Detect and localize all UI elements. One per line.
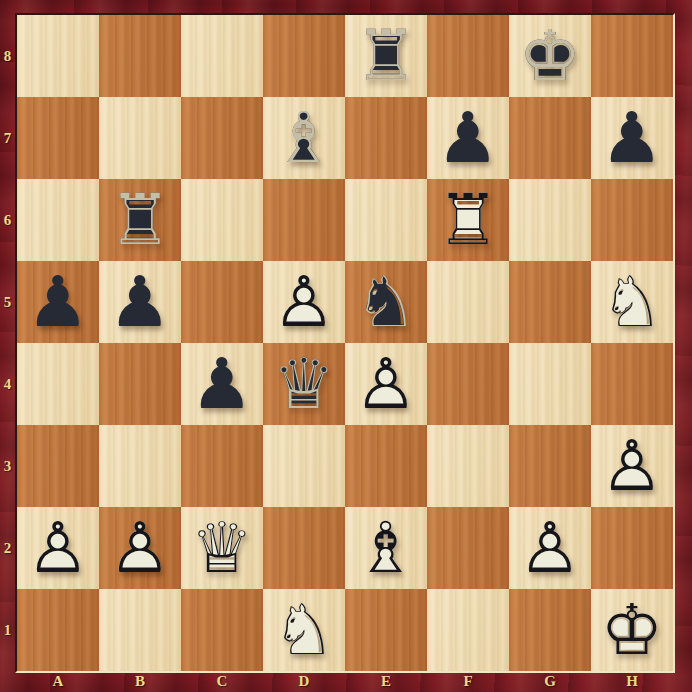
square-d3[interactable]	[263, 425, 345, 507]
square-a7[interactable]	[17, 97, 99, 179]
square-g1[interactable]	[509, 589, 591, 671]
square-h1[interactable]: ♚♔	[591, 589, 673, 671]
piece-white-pawn-e4[interactable]: ♟♙	[345, 343, 427, 425]
piece-black-rook-e8[interactable]: ♜♖	[345, 15, 427, 97]
piece-white-pawn-h3[interactable]: ♟♙	[591, 425, 673, 507]
square-e7[interactable]	[345, 97, 427, 179]
square-f5[interactable]	[427, 261, 509, 343]
piece-fill-glyph: ♟	[591, 97, 673, 179]
piece-outline-glyph: ♗	[263, 97, 345, 179]
square-h6[interactable]	[591, 179, 673, 261]
square-b7[interactable]	[99, 97, 181, 179]
square-d8[interactable]	[263, 15, 345, 97]
square-b5[interactable]: ♟	[99, 261, 181, 343]
square-f3[interactable]	[427, 425, 509, 507]
piece-outline-glyph: ♙	[509, 507, 591, 589]
square-g8[interactable]: ♚♔	[509, 15, 591, 97]
square-f6[interactable]: ♜♖	[427, 179, 509, 261]
square-e5[interactable]: ♞♘	[345, 261, 427, 343]
piece-outline-glyph: ♙	[345, 343, 427, 425]
piece-black-knight-e5[interactable]: ♞♘	[345, 261, 427, 343]
piece-outline-glyph: ♘	[591, 261, 673, 343]
square-f1[interactable]	[427, 589, 509, 671]
square-h4[interactable]	[591, 343, 673, 425]
rank-label-3: 3	[0, 425, 15, 507]
piece-outline-glyph: ♕	[263, 343, 345, 425]
square-g3[interactable]	[509, 425, 591, 507]
rank-label-6: 6	[0, 179, 15, 261]
square-c3[interactable]	[181, 425, 263, 507]
piece-black-king-g8[interactable]: ♚♔	[509, 15, 591, 97]
piece-white-pawn-g2[interactable]: ♟♙	[509, 507, 591, 589]
piece-white-bishop-e2[interactable]: ♝♗	[345, 507, 427, 589]
piece-black-queen-d4[interactable]: ♛♕	[263, 343, 345, 425]
piece-white-queen-c2[interactable]: ♛♕	[181, 507, 263, 589]
piece-black-pawn-f7[interactable]: ♟	[427, 97, 509, 179]
file-label-c: C	[181, 671, 263, 692]
piece-white-pawn-a2[interactable]: ♟♙	[17, 507, 99, 589]
piece-black-pawn-c4[interactable]: ♟	[181, 343, 263, 425]
piece-white-pawn-b2[interactable]: ♟♙	[99, 507, 181, 589]
square-a1[interactable]	[17, 589, 99, 671]
square-d4[interactable]: ♛♕	[263, 343, 345, 425]
file-label-h: H	[591, 671, 673, 692]
square-a8[interactable]	[17, 15, 99, 97]
file-label-b: B	[99, 671, 181, 692]
square-f2[interactable]	[427, 507, 509, 589]
square-d7[interactable]: ♝♗	[263, 97, 345, 179]
piece-fill-glyph: ♟	[99, 261, 181, 343]
square-b3[interactable]	[99, 425, 181, 507]
square-d2[interactable]	[263, 507, 345, 589]
file-label-e: E	[345, 671, 427, 692]
rank-label-2: 2	[0, 507, 15, 589]
piece-outline-glyph: ♗	[345, 507, 427, 589]
square-c5[interactable]	[181, 261, 263, 343]
rank-label-7: 7	[0, 97, 15, 179]
square-g7[interactable]	[509, 97, 591, 179]
piece-black-bishop-d7[interactable]: ♝♗	[263, 97, 345, 179]
file-label-f: F	[427, 671, 509, 692]
piece-white-knight-h5[interactable]: ♞♘	[591, 261, 673, 343]
piece-black-pawn-a5[interactable]: ♟	[17, 261, 99, 343]
piece-outline-glyph: ♘	[345, 261, 427, 343]
file-labels: A B C D E F G H	[17, 671, 673, 692]
square-f7[interactable]: ♟	[427, 97, 509, 179]
square-e6[interactable]	[345, 179, 427, 261]
square-e1[interactable]	[345, 589, 427, 671]
square-c6[interactable]	[181, 179, 263, 261]
rank-label-1: 1	[0, 589, 15, 671]
square-a5[interactable]: ♟	[17, 261, 99, 343]
square-g4[interactable]	[509, 343, 591, 425]
file-label-g: G	[509, 671, 591, 692]
rank-labels: 8 7 6 5 4 3 2 1	[0, 15, 15, 671]
piece-fill-glyph: ♟	[181, 343, 263, 425]
piece-white-knight-d1[interactable]: ♞♘	[263, 589, 345, 671]
square-a3[interactable]	[17, 425, 99, 507]
piece-outline-glyph: ♙	[591, 425, 673, 507]
square-c1[interactable]	[181, 589, 263, 671]
square-c4[interactable]: ♟	[181, 343, 263, 425]
piece-outline-glyph: ♖	[345, 15, 427, 97]
square-c7[interactable]	[181, 97, 263, 179]
square-g5[interactable]	[509, 261, 591, 343]
rank-label-5: 5	[0, 261, 15, 343]
square-h2[interactable]	[591, 507, 673, 589]
square-a2[interactable]: ♟♙	[17, 507, 99, 589]
square-e3[interactable]	[345, 425, 427, 507]
square-b1[interactable]	[99, 589, 181, 671]
square-g2[interactable]: ♟♙	[509, 507, 591, 589]
square-d6[interactable]	[263, 179, 345, 261]
square-f8[interactable]	[427, 15, 509, 97]
square-a4[interactable]	[17, 343, 99, 425]
piece-fill-glyph: ♟	[17, 261, 99, 343]
square-b6[interactable]: ♜♖	[99, 179, 181, 261]
piece-black-rook-b6[interactable]: ♜♖	[99, 179, 181, 261]
chess-board-frame: 8 7 6 5 4 3 2 1 ♜♖♚♔♝♗♟♟♜♖♜♖♟♟♟♙♞♘♞♘♟♛♕♟…	[0, 0, 692, 692]
square-c2[interactable]: ♛♕	[181, 507, 263, 589]
file-label-d: D	[263, 671, 345, 692]
board: ♜♖♚♔♝♗♟♟♜♖♜♖♟♟♟♙♞♘♞♘♟♛♕♟♙♟♙♟♙♟♙♛♕♝♗♟♙♞♘♚…	[15, 13, 675, 673]
square-b8[interactable]	[99, 15, 181, 97]
piece-white-rook-f6[interactable]: ♜♖	[427, 179, 509, 261]
square-h5[interactable]: ♞♘	[591, 261, 673, 343]
piece-outline-glyph: ♙	[263, 261, 345, 343]
piece-outline-glyph: ♙	[17, 507, 99, 589]
piece-outline-glyph: ♖	[427, 179, 509, 261]
piece-outline-glyph: ♔	[509, 15, 591, 97]
square-h8[interactable]	[591, 15, 673, 97]
square-a6[interactable]	[17, 179, 99, 261]
square-h3[interactable]: ♟♙	[591, 425, 673, 507]
square-b4[interactable]	[99, 343, 181, 425]
square-g6[interactable]	[509, 179, 591, 261]
file-label-a: A	[17, 671, 99, 692]
rank-label-8: 8	[0, 15, 15, 97]
square-h7[interactable]: ♟	[591, 97, 673, 179]
square-d5[interactable]: ♟♙	[263, 261, 345, 343]
piece-outline-glyph: ♘	[263, 589, 345, 671]
rank-label-4: 4	[0, 343, 15, 425]
piece-black-pawn-b5[interactable]: ♟	[99, 261, 181, 343]
piece-outline-glyph: ♔	[591, 589, 673, 671]
square-d1[interactable]: ♞♘	[263, 589, 345, 671]
square-b2[interactable]: ♟♙	[99, 507, 181, 589]
piece-fill-glyph: ♟	[427, 97, 509, 179]
square-c8[interactable]	[181, 15, 263, 97]
square-f4[interactable]	[427, 343, 509, 425]
square-e2[interactable]: ♝♗	[345, 507, 427, 589]
piece-white-pawn-d5[interactable]: ♟♙	[263, 261, 345, 343]
piece-black-pawn-h7[interactable]: ♟	[591, 97, 673, 179]
piece-white-king-h1[interactable]: ♚♔	[591, 589, 673, 671]
square-e4[interactable]: ♟♙	[345, 343, 427, 425]
piece-outline-glyph: ♙	[99, 507, 181, 589]
piece-outline-glyph: ♕	[181, 507, 263, 589]
piece-outline-glyph: ♖	[99, 179, 181, 261]
square-e8[interactable]: ♜♖	[345, 15, 427, 97]
